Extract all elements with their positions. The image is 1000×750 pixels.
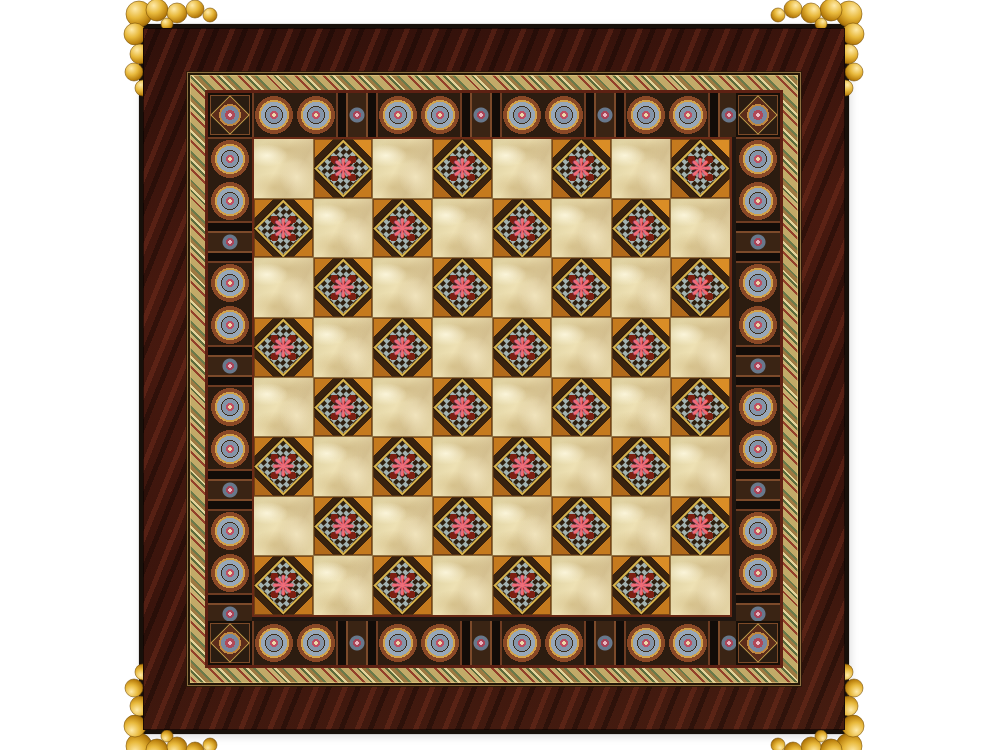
star-rosette-icon: ❋ <box>511 334 534 361</box>
star-rosette-icon: ❋ <box>272 572 295 599</box>
mahogany-frame: ❋❋❋❋❋❋❋❋❋❋❋❋❋❋❋❋❋❋❋❋❋❋❋❋❋❋❋❋❋❋❋❋ <box>143 28 845 730</box>
square-c1[interactable]: ❋ <box>373 556 432 615</box>
mosaic-diamond: ❋ <box>493 557 550 614</box>
mosaic-diamond: ❋ <box>612 318 669 375</box>
medallion-strip-right <box>736 137 780 621</box>
star-rosette-icon: ❋ <box>570 274 593 301</box>
star-rosette-icon: ❋ <box>689 274 712 301</box>
star-rosette-icon: ❋ <box>272 453 295 480</box>
mosaic-diamond: ❋ <box>255 199 312 256</box>
square-e5[interactable]: ❋ <box>493 318 552 377</box>
square-b6[interactable]: ❋ <box>314 258 373 317</box>
mosaic-diamond: ❋ <box>433 140 490 197</box>
square-f3[interactable] <box>552 437 611 496</box>
star-rosette-icon: ❋ <box>451 274 474 301</box>
square-f1[interactable] <box>552 556 611 615</box>
square-f8[interactable]: ❋ <box>552 139 611 198</box>
star-rosette-icon: ❋ <box>689 513 712 540</box>
chess-board: ❋❋❋❋❋❋❋❋❋❋❋❋❋❋❋❋❋❋❋❋❋❋❋❋❋❋❋❋❋❋❋❋ <box>139 24 849 734</box>
square-d1[interactable] <box>433 556 492 615</box>
mosaic-diamond: ❋ <box>672 140 729 197</box>
mosaic-diamond: ❋ <box>553 378 610 435</box>
star-rosette-icon: ❋ <box>391 334 414 361</box>
square-a7[interactable]: ❋ <box>254 199 313 258</box>
mosaic-diamond: ❋ <box>433 378 490 435</box>
square-a5[interactable]: ❋ <box>254 318 313 377</box>
square-e4[interactable] <box>493 378 552 437</box>
mosaic-diamond: ❋ <box>493 199 550 256</box>
square-f7[interactable] <box>552 199 611 258</box>
mosaic-diamond: ❋ <box>672 497 729 554</box>
square-d5[interactable] <box>433 318 492 377</box>
star-rosette-icon: ❋ <box>391 572 414 599</box>
square-b1[interactable] <box>314 556 373 615</box>
star-rosette-icon: ❋ <box>630 572 653 599</box>
mosaic-diamond: ❋ <box>493 318 550 375</box>
square-g3[interactable]: ❋ <box>612 437 671 496</box>
mosaic-diamond: ❋ <box>314 140 371 197</box>
star-rosette-icon: ❋ <box>391 214 414 241</box>
mosaic-diamond: ❋ <box>553 497 610 554</box>
star-rosette-icon: ❋ <box>332 393 355 420</box>
star-rosette-icon: ❋ <box>272 334 295 361</box>
square-g6[interactable] <box>612 258 671 317</box>
square-g2[interactable] <box>612 497 671 556</box>
square-e6[interactable] <box>493 258 552 317</box>
mosaic-diamond: ❋ <box>553 140 610 197</box>
square-g5[interactable]: ❋ <box>612 318 671 377</box>
square-e2[interactable] <box>493 497 552 556</box>
mosaic-diamond: ❋ <box>314 259 371 316</box>
square-a3[interactable]: ❋ <box>254 437 313 496</box>
mosaic-diamond: ❋ <box>314 497 371 554</box>
mosaic-diamond: ❋ <box>374 557 431 614</box>
square-e7[interactable]: ❋ <box>493 199 552 258</box>
star-rosette-icon: ❋ <box>570 513 593 540</box>
square-d6[interactable]: ❋ <box>433 258 492 317</box>
star-rosette-icon: ❋ <box>332 274 355 301</box>
star-rosette-icon: ❋ <box>570 155 593 182</box>
square-g1[interactable]: ❋ <box>612 556 671 615</box>
square-b4[interactable]: ❋ <box>314 378 373 437</box>
star-rosette-icon: ❋ <box>511 214 534 241</box>
square-f2[interactable]: ❋ <box>552 497 611 556</box>
mosaic-diamond: ❋ <box>255 557 312 614</box>
mosaic-diamond: ❋ <box>374 199 431 256</box>
square-h2[interactable]: ❋ <box>671 497 730 556</box>
star-rosette-icon: ❋ <box>391 453 414 480</box>
star-rosette-icon: ❋ <box>630 334 653 361</box>
square-b3[interactable] <box>314 437 373 496</box>
square-b7[interactable] <box>314 199 373 258</box>
star-rosette-icon: ❋ <box>451 513 474 540</box>
medallion-border-band: ❋❋❋❋❋❋❋❋❋❋❋❋❋❋❋❋❋❋❋❋❋❋❋❋❋❋❋❋❋❋❋❋ <box>205 90 783 668</box>
star-rosette-icon: ❋ <box>451 155 474 182</box>
square-a6[interactable] <box>254 258 313 317</box>
square-h5[interactable] <box>671 318 730 377</box>
square-d7[interactable] <box>433 199 492 258</box>
star-rosette-icon: ❋ <box>570 393 593 420</box>
square-c8[interactable] <box>373 139 432 198</box>
square-c2[interactable] <box>373 497 432 556</box>
square-g8[interactable] <box>612 139 671 198</box>
square-d2[interactable]: ❋ <box>433 497 492 556</box>
square-c6[interactable] <box>373 258 432 317</box>
square-e8[interactable] <box>493 139 552 198</box>
mosaic-diamond: ❋ <box>374 438 431 495</box>
star-rosette-icon: ❋ <box>630 453 653 480</box>
star-rosette-icon: ❋ <box>332 513 355 540</box>
mosaic-diamond: ❋ <box>672 259 729 316</box>
mosaic-diamond: ❋ <box>433 497 490 554</box>
square-b2[interactable]: ❋ <box>314 497 373 556</box>
star-rosette-icon: ❋ <box>272 214 295 241</box>
medallion-strip-top <box>252 93 736 137</box>
square-c5[interactable]: ❋ <box>373 318 432 377</box>
square-g4[interactable] <box>612 378 671 437</box>
square-c3[interactable]: ❋ <box>373 437 432 496</box>
square-c7[interactable]: ❋ <box>373 199 432 258</box>
square-h6[interactable]: ❋ <box>671 258 730 317</box>
square-g7[interactable]: ❋ <box>612 199 671 258</box>
square-a4[interactable] <box>254 378 313 437</box>
star-rosette-icon: ❋ <box>451 393 474 420</box>
square-h4[interactable]: ❋ <box>671 378 730 437</box>
medallion-corner-tile-top-right <box>736 93 780 137</box>
mosaic-diamond: ❋ <box>255 318 312 375</box>
square-d4[interactable]: ❋ <box>433 378 492 437</box>
square-b5[interactable] <box>314 318 373 377</box>
square-d3[interactable] <box>433 437 492 496</box>
mosaic-diamond: ❋ <box>612 438 669 495</box>
square-f4[interactable]: ❋ <box>552 378 611 437</box>
square-a8[interactable] <box>254 139 313 198</box>
square-a2[interactable] <box>254 497 313 556</box>
star-rosette-icon: ❋ <box>332 155 355 182</box>
square-d8[interactable]: ❋ <box>433 139 492 198</box>
medallion-corner-tile-bottom-right <box>736 621 780 665</box>
mosaic-diamond: ❋ <box>612 557 669 614</box>
star-rosette-icon: ❋ <box>630 214 653 241</box>
mosaic-diamond: ❋ <box>314 378 371 435</box>
square-b8[interactable]: ❋ <box>314 139 373 198</box>
square-h3[interactable] <box>671 437 730 496</box>
mosaic-diamond: ❋ <box>672 378 729 435</box>
mosaic-diamond: ❋ <box>255 438 312 495</box>
square-h7[interactable] <box>671 199 730 258</box>
medallion-strip-bottom <box>252 621 736 665</box>
square-h1[interactable] <box>671 556 730 615</box>
square-a1[interactable]: ❋ <box>254 556 313 615</box>
square-h8[interactable]: ❋ <box>671 139 730 198</box>
chessboard-grid: ❋❋❋❋❋❋❋❋❋❋❋❋❋❋❋❋❋❋❋❋❋❋❋❋❋❋❋❋❋❋❋❋ <box>252 137 732 617</box>
mosaic-diamond: ❋ <box>374 318 431 375</box>
square-f5[interactable] <box>552 318 611 377</box>
medallion-corner-tile-top-left <box>208 93 252 137</box>
star-rosette-icon: ❋ <box>511 453 534 480</box>
medallion-corner-tile-bottom-left <box>208 621 252 665</box>
square-c4[interactable] <box>373 378 432 437</box>
mosaic-strip-border: ❋❋❋❋❋❋❋❋❋❋❋❋❋❋❋❋❋❋❋❋❋❋❋❋❋❋❋❋❋❋❋❋ <box>188 73 800 685</box>
square-e3[interactable]: ❋ <box>493 437 552 496</box>
mosaic-diamond: ❋ <box>553 259 610 316</box>
star-rosette-icon: ❋ <box>689 393 712 420</box>
mosaic-diamond: ❋ <box>433 259 490 316</box>
square-f6[interactable]: ❋ <box>552 258 611 317</box>
mosaic-diamond: ❋ <box>493 438 550 495</box>
star-rosette-icon: ❋ <box>689 155 712 182</box>
square-e1[interactable]: ❋ <box>493 556 552 615</box>
medallion-strip-left <box>208 137 252 621</box>
mosaic-diamond: ❋ <box>612 199 669 256</box>
star-rosette-icon: ❋ <box>511 572 534 599</box>
